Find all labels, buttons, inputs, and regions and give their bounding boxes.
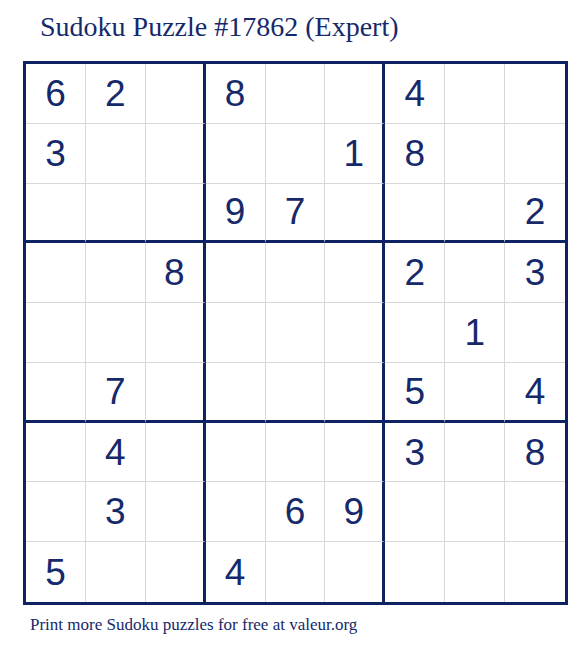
cell-r9c4: 4 [206, 542, 266, 602]
cell-r6c1 [26, 363, 86, 423]
cell-r5c9 [505, 303, 565, 363]
cell-r6c7: 5 [385, 363, 445, 423]
cell-r5c7 [385, 303, 445, 363]
cell-r3c2 [86, 184, 146, 244]
cell-r2c6: 1 [325, 124, 385, 184]
cell-r7c7: 3 [385, 423, 445, 483]
cell-r7c8 [445, 423, 505, 483]
cell-r1c7: 4 [385, 64, 445, 124]
cell-r5c8: 1 [445, 303, 505, 363]
cell-r1c2: 2 [86, 64, 146, 124]
cell-r9c1: 5 [26, 542, 86, 602]
cell-r9c3 [146, 542, 206, 602]
cell-r8c7 [385, 482, 445, 542]
cell-r2c3 [146, 124, 206, 184]
cell-r6c4 [206, 363, 266, 423]
cell-r6c8 [445, 363, 505, 423]
cell-r7c9: 8 [505, 423, 565, 483]
cell-r6c5 [266, 363, 326, 423]
cell-r3c7 [385, 184, 445, 244]
cell-r9c2 [86, 542, 146, 602]
cell-r2c9 [505, 124, 565, 184]
cell-r1c3 [146, 64, 206, 124]
cell-r2c8 [445, 124, 505, 184]
cell-r6c3 [146, 363, 206, 423]
cell-r6c9: 4 [505, 363, 565, 423]
cell-r4c6 [325, 243, 385, 303]
cell-r1c1: 6 [26, 64, 86, 124]
cell-r2c7: 8 [385, 124, 445, 184]
cell-r5c4 [206, 303, 266, 363]
cell-r8c4 [206, 482, 266, 542]
cell-r3c6 [325, 184, 385, 244]
cell-r2c5 [266, 124, 326, 184]
cell-r5c6 [325, 303, 385, 363]
cell-r8c8 [445, 482, 505, 542]
cell-r9c9 [505, 542, 565, 602]
cell-r6c6 [325, 363, 385, 423]
cell-r1c4: 8 [206, 64, 266, 124]
cell-r9c6 [325, 542, 385, 602]
cell-r6c2: 7 [86, 363, 146, 423]
cell-r9c5 [266, 542, 326, 602]
cell-r7c4 [206, 423, 266, 483]
cell-r8c5: 6 [266, 482, 326, 542]
cell-r4c3: 8 [146, 243, 206, 303]
cell-r5c5 [266, 303, 326, 363]
cell-r3c9: 2 [505, 184, 565, 244]
cell-r8c6: 9 [325, 482, 385, 542]
cell-r3c1 [26, 184, 86, 244]
cell-r3c8 [445, 184, 505, 244]
cell-r7c6 [325, 423, 385, 483]
cell-r7c5 [266, 423, 326, 483]
cell-r5c3 [146, 303, 206, 363]
cell-r4c8 [445, 243, 505, 303]
cell-r2c2 [86, 124, 146, 184]
cell-r7c1 [26, 423, 86, 483]
cell-r8c3 [146, 482, 206, 542]
cell-r3c4: 9 [206, 184, 266, 244]
cell-r7c3 [146, 423, 206, 483]
cell-r4c2 [86, 243, 146, 303]
cell-r7c2: 4 [86, 423, 146, 483]
cell-r1c5 [266, 64, 326, 124]
sudoku-board: 6284318972823175443836954 [23, 61, 568, 605]
cell-r9c8 [445, 542, 505, 602]
cell-r8c2: 3 [86, 482, 146, 542]
cell-r5c1 [26, 303, 86, 363]
cell-r3c5: 7 [266, 184, 326, 244]
cell-r5c2 [86, 303, 146, 363]
cell-r8c1 [26, 482, 86, 542]
cell-r1c9 [505, 64, 565, 124]
footer-credit: Print more Sudoku puzzles for free at va… [30, 614, 357, 636]
cell-r1c8 [445, 64, 505, 124]
cell-r4c9: 3 [505, 243, 565, 303]
cell-r2c1: 3 [26, 124, 86, 184]
cell-r4c7: 2 [385, 243, 445, 303]
puzzle-title: Sudoku Puzzle #17862 (Expert) [40, 10, 399, 44]
cell-r4c5 [266, 243, 326, 303]
cell-r1c6 [325, 64, 385, 124]
cell-r4c1 [26, 243, 86, 303]
cell-r9c7 [385, 542, 445, 602]
cell-r4c4 [206, 243, 266, 303]
cell-r8c9 [505, 482, 565, 542]
cell-r2c4 [206, 124, 266, 184]
cell-r3c3 [146, 184, 206, 244]
